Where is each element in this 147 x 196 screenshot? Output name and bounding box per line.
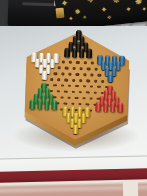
hole (71, 102, 74, 105)
peg-black[interactable] (72, 48, 78, 58)
hole (64, 102, 67, 105)
peg-red[interactable] (103, 102, 109, 112)
hole (94, 68, 97, 71)
peg-black[interactable] (79, 48, 85, 58)
hole (68, 85, 71, 88)
hole (68, 73, 71, 76)
hole (61, 84, 64, 87)
peg-black[interactable] (64, 48, 70, 58)
hole (58, 66, 61, 69)
hole (76, 61, 79, 64)
hole (93, 91, 96, 94)
hole (80, 67, 83, 70)
hole (78, 103, 81, 106)
hole (97, 86, 100, 89)
hole (57, 90, 60, 93)
floor-strip (123, 182, 138, 196)
peg-blue[interactable] (108, 73, 114, 83)
hole (86, 91, 89, 94)
hole (64, 79, 67, 82)
hole (83, 62, 86, 65)
hole (87, 68, 90, 71)
peg-green[interactable] (51, 100, 57, 110)
hole (72, 79, 75, 82)
hole (76, 73, 79, 76)
peg-black[interactable] (86, 48, 92, 58)
chinese-checkers-photo: ✦❋✧✦❊✦✧❋✦✧❋✦ (0, 0, 147, 196)
hole (91, 62, 94, 65)
peg-red[interactable] (110, 102, 116, 112)
hole (98, 74, 101, 77)
hole (67, 96, 70, 99)
hole (69, 61, 72, 64)
hole (79, 91, 82, 94)
hole (83, 73, 86, 76)
hole (54, 72, 57, 75)
hole (71, 91, 74, 94)
peg-red[interactable] (95, 102, 101, 112)
hole (90, 97, 93, 100)
hole (61, 73, 64, 76)
hole (75, 85, 78, 88)
hole (64, 90, 67, 93)
hole (83, 85, 86, 88)
hole (86, 79, 89, 82)
hole (60, 96, 63, 99)
hole (53, 84, 56, 87)
hole (61, 61, 64, 64)
peg-green[interactable] (29, 100, 35, 110)
peg-red[interactable] (118, 103, 124, 113)
hole (90, 85, 93, 88)
peg-yellow[interactable] (73, 125, 79, 135)
floor (0, 179, 147, 196)
hole (50, 78, 53, 81)
peg-green[interactable] (37, 100, 43, 110)
peg-white[interactable] (41, 70, 47, 80)
hole (75, 97, 78, 100)
peg-green[interactable] (44, 100, 50, 110)
hole (82, 97, 85, 100)
hole (101, 80, 104, 83)
hole (94, 80, 97, 83)
hole (72, 67, 75, 70)
hole (90, 74, 93, 77)
hole (79, 79, 82, 82)
hole (65, 67, 68, 70)
hole (57, 78, 60, 81)
hole (86, 103, 89, 106)
